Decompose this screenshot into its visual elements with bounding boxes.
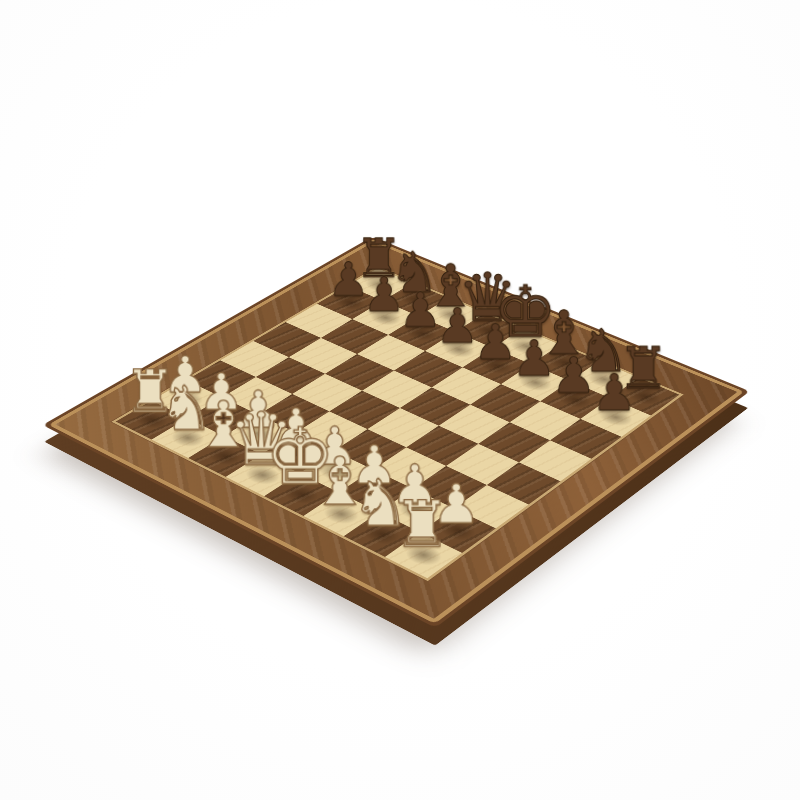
product-photo-scene: ♜♞♝♛♚♝♞♜♟♟♟♟♟♟♟♟♟♟♟♟♟♟♟♟♜♞♝♛♚♝♞♜ bbox=[0, 0, 800, 800]
piece-white-rook-h1: ♜ bbox=[373, 492, 472, 556]
piece-black-pawn-h7: ♟ bbox=[569, 368, 660, 418]
chess-board: ♜♞♝♛♚♝♞♜♟♟♟♟♟♟♟♟♟♟♟♟♟♟♟♟♜♞♝♛♚♝♞♜ bbox=[55, 242, 737, 619]
